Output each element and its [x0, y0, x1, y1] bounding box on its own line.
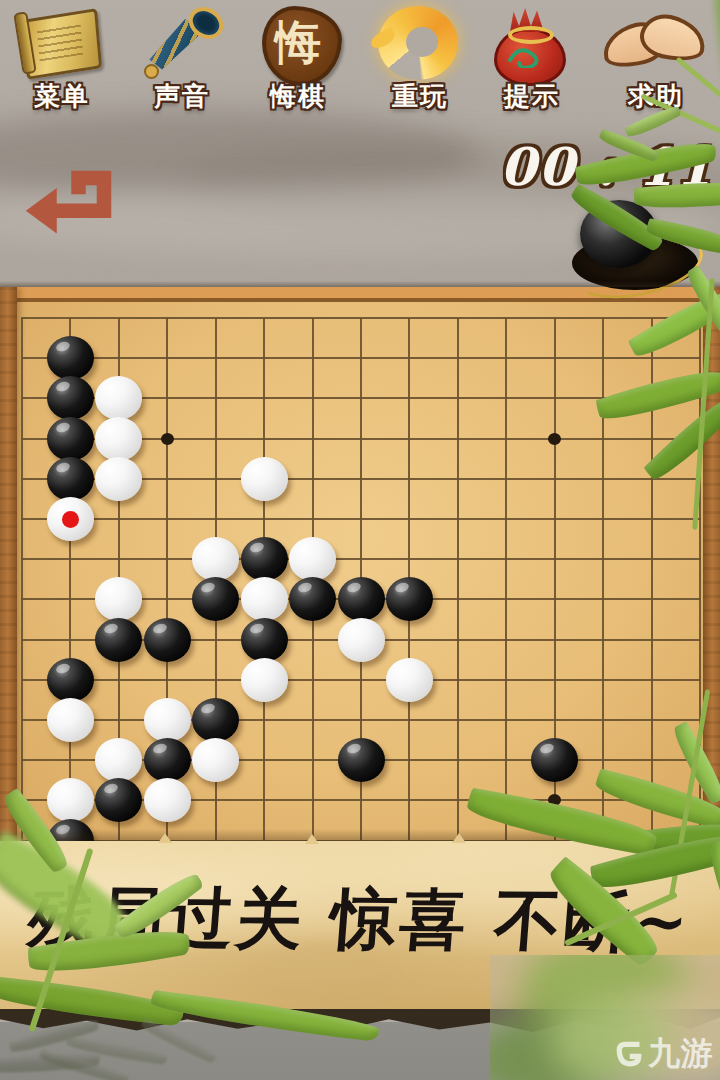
star-point — [548, 794, 561, 806]
white-stone — [47, 778, 94, 822]
black-stone — [95, 618, 142, 662]
black-stone — [241, 618, 288, 662]
black-stone — [144, 618, 191, 662]
star-point — [161, 433, 174, 445]
hint-label: 提示 — [480, 79, 584, 114]
frosted-overlay: 九游 — [490, 955, 720, 1080]
black-stone — [47, 336, 94, 380]
black-stone — [144, 738, 191, 782]
timer: 00 : 11 — [500, 136, 714, 197]
star-point — [548, 433, 561, 445]
grid-line — [21, 357, 701, 359]
white-stone — [47, 698, 94, 742]
sound-label: 声音 — [132, 79, 232, 114]
black-turn-stone — [580, 200, 658, 268]
golden-swirl-icon — [366, 6, 474, 82]
black-stone — [95, 778, 142, 822]
last-move-marker — [62, 511, 79, 528]
black-stone — [386, 577, 433, 621]
white-stone — [95, 738, 142, 782]
hint-button[interactable]: 提示 — [480, 6, 584, 114]
black-stone — [338, 738, 385, 782]
white-stone — [338, 618, 385, 662]
black-stone — [338, 577, 385, 621]
black-stone — [47, 658, 94, 702]
board-grid — [0, 287, 720, 845]
white-stone — [144, 698, 191, 742]
back-button[interactable] — [24, 158, 124, 250]
black-stone — [47, 417, 94, 461]
undo-label: 悔棋 — [246, 79, 350, 114]
black-stone — [531, 738, 578, 782]
grid-line — [21, 719, 701, 721]
grid-line — [21, 518, 701, 520]
white-stone — [241, 658, 288, 702]
black-stone — [192, 698, 239, 742]
white-stone — [241, 577, 288, 621]
header: 菜单 声音 悔 悔棋 重玩 提示 — [0, 0, 720, 287]
watermark: 九游 — [614, 1032, 714, 1076]
jiuyou-logo-icon — [614, 1039, 644, 1069]
grid-line — [21, 558, 701, 560]
handshake-icon — [596, 6, 716, 82]
white-stone — [289, 537, 336, 581]
undo-button[interactable]: 悔 悔棋 — [246, 6, 350, 114]
game-board[interactable] — [0, 287, 720, 845]
white-stone — [192, 537, 239, 581]
sound-button[interactable]: 声音 — [132, 6, 232, 114]
regret-character-icon: 悔 — [246, 6, 350, 82]
white-stone — [192, 738, 239, 782]
watermark-text: 九游 — [648, 1032, 714, 1076]
black-stone — [289, 577, 336, 621]
lucky-bag-icon — [480, 6, 584, 82]
grid-line — [21, 317, 701, 319]
return-arrow-icon — [24, 158, 124, 244]
header-shadow-edge — [0, 281, 720, 287]
menu-label: 菜单 — [10, 79, 114, 114]
white-stone — [95, 577, 142, 621]
black-stone — [192, 577, 239, 621]
white-stone — [95, 457, 142, 501]
white-stone — [144, 778, 191, 822]
black-stone — [47, 457, 94, 501]
scroll-icon — [10, 6, 114, 82]
horn-icon — [132, 6, 232, 82]
replay-button[interactable]: 重玩 — [366, 6, 474, 114]
white-stone — [95, 376, 142, 420]
white-stone — [386, 658, 433, 702]
help-label: 求助 — [596, 79, 716, 114]
black-stone — [47, 376, 94, 420]
menu-button[interactable]: 菜单 — [10, 6, 114, 114]
banner-slogan: 残局过关 惊喜 不断~ — [0, 872, 720, 967]
white-stone — [95, 417, 142, 461]
black-stone — [241, 537, 288, 581]
replay-label: 重玩 — [366, 79, 474, 114]
grid-line — [21, 679, 701, 681]
help-button[interactable]: 求助 — [596, 6, 716, 114]
white-stone — [241, 457, 288, 501]
gomoku-app-screen: 菜单 声音 悔 悔棋 重玩 提示 — [0, 0, 720, 1080]
